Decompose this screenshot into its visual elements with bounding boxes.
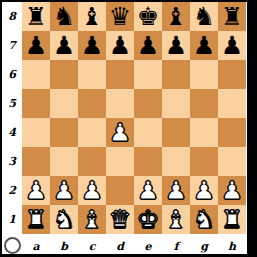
square-b7[interactable]: ♟ (50, 31, 78, 60)
square-b1[interactable]: ♞ (50, 205, 78, 234)
chess-diagram: 87654321 ♜♞♝♛♚♝♞♜♟♟♟♟♟♟♟♟♟♟♟♟♟♟♟♟♜♞♝♛♚♝♞… (0, 0, 257, 257)
rank-label-7: 7 (2, 31, 22, 60)
file-label-h: h (218, 234, 246, 254)
file-label-b: b (50, 234, 78, 254)
square-h7[interactable]: ♟ (218, 31, 246, 60)
white-knight: ♞ (50, 205, 78, 234)
white-pawn: ♟ (22, 176, 50, 205)
square-h8[interactable]: ♜ (218, 2, 246, 31)
diagram-content: 87654321 ♜♞♝♛♚♝♞♜♟♟♟♟♟♟♟♟♟♟♟♟♟♟♟♟♜♞♝♛♚♝♞… (2, 2, 247, 254)
white-rook: ♜ (22, 205, 50, 234)
rank-label-4: 4 (2, 118, 22, 147)
square-c2[interactable]: ♟ (78, 176, 106, 205)
side-to-move-indicator (4, 237, 21, 254)
square-c6[interactable] (78, 60, 106, 89)
square-b4[interactable] (50, 118, 78, 147)
rank-labels: 87654321 (2, 2, 22, 234)
black-pawn: ♟ (134, 31, 162, 60)
white-pawn: ♟ (190, 176, 218, 205)
square-g7[interactable]: ♟ (190, 31, 218, 60)
white-pawn: ♟ (162, 176, 190, 205)
square-h4[interactable] (218, 118, 246, 147)
square-c4[interactable] (78, 118, 106, 147)
square-c7[interactable]: ♟ (78, 31, 106, 60)
white-pawn: ♟ (78, 176, 106, 205)
square-e4[interactable] (134, 118, 162, 147)
file-label-g: g (190, 234, 218, 254)
square-d2[interactable] (106, 176, 134, 205)
square-g6[interactable] (190, 60, 218, 89)
square-d3[interactable] (106, 147, 134, 176)
square-h5[interactable] (218, 89, 246, 118)
white-bishop: ♝ (162, 205, 190, 234)
black-pawn: ♟ (78, 31, 106, 60)
square-d4[interactable]: ♟ (106, 118, 134, 147)
square-c8[interactable]: ♝ (78, 2, 106, 31)
square-e6[interactable] (134, 60, 162, 89)
square-b6[interactable] (50, 60, 78, 89)
square-h2[interactable]: ♟ (218, 176, 246, 205)
square-b3[interactable] (50, 147, 78, 176)
file-labels: abcdefgh (22, 234, 246, 254)
square-d1[interactable]: ♛ (106, 205, 134, 234)
rank-label-1: 1 (2, 205, 22, 234)
square-c3[interactable] (78, 147, 106, 176)
square-g2[interactable]: ♟ (190, 176, 218, 205)
square-g3[interactable] (190, 147, 218, 176)
black-pawn: ♟ (22, 31, 50, 60)
square-a5[interactable] (22, 89, 50, 118)
square-g1[interactable]: ♞ (190, 205, 218, 234)
square-b5[interactable] (50, 89, 78, 118)
black-pawn: ♟ (162, 31, 190, 60)
file-label-a: a (22, 234, 50, 254)
black-pawn: ♟ (190, 31, 218, 60)
file-label-f: f (162, 234, 190, 254)
white-rook: ♜ (218, 205, 246, 234)
white-knight: ♞ (190, 205, 218, 234)
square-a8[interactable]: ♜ (22, 2, 50, 31)
square-d8[interactable]: ♛ (106, 2, 134, 31)
square-e3[interactable] (134, 147, 162, 176)
square-f5[interactable] (162, 89, 190, 118)
square-a7[interactable]: ♟ (22, 31, 50, 60)
white-bishop: ♝ (78, 205, 106, 234)
black-bishop: ♝ (162, 2, 190, 31)
black-pawn: ♟ (106, 31, 134, 60)
square-e2[interactable]: ♟ (134, 176, 162, 205)
square-e5[interactable] (134, 89, 162, 118)
black-pawn: ♟ (218, 31, 246, 60)
black-rook: ♜ (22, 2, 50, 31)
square-f2[interactable]: ♟ (162, 176, 190, 205)
black-bishop: ♝ (78, 2, 106, 31)
black-rook: ♜ (218, 2, 246, 31)
square-a3[interactable] (22, 147, 50, 176)
square-f8[interactable]: ♝ (162, 2, 190, 31)
rank-label-3: 3 (2, 147, 22, 176)
square-a4[interactable] (22, 118, 50, 147)
square-e1[interactable]: ♚ (134, 205, 162, 234)
square-g5[interactable] (190, 89, 218, 118)
square-f1[interactable]: ♝ (162, 205, 190, 234)
square-g4[interactable] (190, 118, 218, 147)
square-g8[interactable]: ♞ (190, 2, 218, 31)
file-label-e: e (134, 234, 162, 254)
square-f4[interactable] (162, 118, 190, 147)
black-pawn: ♟ (50, 31, 78, 60)
chess-board: ♜♞♝♛♚♝♞♜♟♟♟♟♟♟♟♟♟♟♟♟♟♟♟♟♜♞♝♛♚♝♞♜ (22, 2, 246, 234)
square-e8[interactable]: ♚ (134, 2, 162, 31)
white-king: ♚ (134, 205, 162, 234)
square-a1[interactable]: ♜ (22, 205, 50, 234)
white-pawn: ♟ (134, 176, 162, 205)
square-h3[interactable] (218, 147, 246, 176)
square-a2[interactable]: ♟ (22, 176, 50, 205)
rank-label-6: 6 (2, 60, 22, 89)
white-pawn: ♟ (106, 118, 134, 147)
square-c5[interactable] (78, 89, 106, 118)
square-h1[interactable]: ♜ (218, 205, 246, 234)
rank-label-2: 2 (2, 176, 22, 205)
black-queen: ♛ (106, 2, 134, 31)
black-knight: ♞ (190, 2, 218, 31)
square-d5[interactable] (106, 89, 134, 118)
white-pawn: ♟ (50, 176, 78, 205)
square-c1[interactable]: ♝ (78, 205, 106, 234)
rank-label-8: 8 (2, 2, 22, 31)
black-knight: ♞ (50, 2, 78, 31)
square-f3[interactable] (162, 147, 190, 176)
square-f7[interactable]: ♟ (162, 31, 190, 60)
white-pawn: ♟ (218, 176, 246, 205)
square-b8[interactable]: ♞ (50, 2, 78, 31)
square-b2[interactable]: ♟ (50, 176, 78, 205)
square-f6[interactable] (162, 60, 190, 89)
square-a6[interactable] (22, 60, 50, 89)
file-label-c: c (78, 234, 106, 254)
white-queen: ♛ (106, 205, 134, 234)
rank-label-5: 5 (2, 89, 22, 118)
square-h6[interactable] (218, 60, 246, 89)
square-d7[interactable]: ♟ (106, 31, 134, 60)
square-d6[interactable] (106, 60, 134, 89)
square-e7[interactable]: ♟ (134, 31, 162, 60)
file-label-d: d (106, 234, 134, 254)
black-king: ♚ (134, 2, 162, 31)
